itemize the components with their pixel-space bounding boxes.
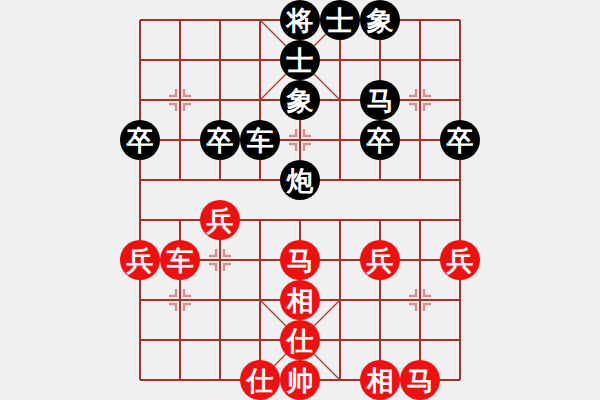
piece-red-general[interactable]: 帅: [280, 360, 320, 400]
piece-red-advisor[interactable]: 仕: [240, 360, 280, 400]
pieces-layer: 将士象士象马卒卒车卒卒炮兵兵车马兵兵相仕仕帅相马: [120, 0, 480, 400]
piece-red-soldier[interactable]: 兵: [440, 240, 480, 280]
piece-red-horse[interactable]: 马: [280, 240, 320, 280]
xiangqi-board: 将士象士象马卒卒车卒卒炮兵兵车马兵兵相仕仕帅相马: [0, 0, 600, 400]
piece-black-advisor[interactable]: 士: [320, 0, 360, 40]
piece-black-soldier[interactable]: 卒: [360, 120, 400, 160]
piece-black-horse[interactable]: 马: [360, 80, 400, 120]
piece-red-soldier[interactable]: 兵: [120, 240, 160, 280]
piece-red-soldier[interactable]: 兵: [360, 240, 400, 280]
piece-black-chariot[interactable]: 车: [240, 120, 280, 160]
piece-red-advisor[interactable]: 仕: [280, 320, 320, 360]
piece-red-elephant[interactable]: 相: [280, 280, 320, 320]
piece-red-elephant[interactable]: 相: [360, 360, 400, 400]
piece-black-elephant[interactable]: 象: [280, 80, 320, 120]
piece-black-general[interactable]: 将: [280, 0, 320, 40]
piece-black-soldier[interactable]: 卒: [440, 120, 480, 160]
piece-black-soldier[interactable]: 卒: [200, 120, 240, 160]
piece-red-soldier[interactable]: 兵: [200, 200, 240, 240]
piece-black-soldier[interactable]: 卒: [120, 120, 160, 160]
piece-black-advisor[interactable]: 士: [280, 40, 320, 80]
piece-black-elephant[interactable]: 象: [360, 0, 400, 40]
piece-red-horse[interactable]: 马: [400, 360, 440, 400]
piece-red-chariot[interactable]: 车: [160, 240, 200, 280]
piece-black-cannon[interactable]: 炮: [280, 160, 320, 200]
